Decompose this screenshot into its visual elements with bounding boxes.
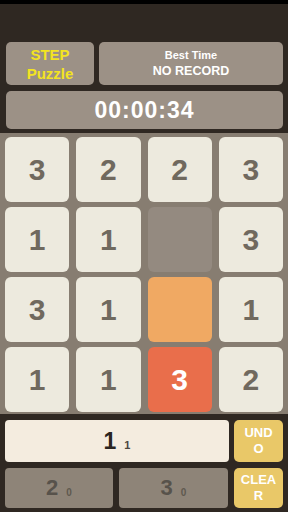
board-cell-r2c4[interactable]: 3 (219, 207, 283, 272)
undo-button-label: UNDO (240, 425, 277, 457)
best-time-panel: Best Time NO RECORD (99, 42, 283, 85)
best-time-label: Best Time (165, 49, 217, 61)
board-cell-r4c4[interactable]: 2 (219, 347, 283, 412)
number-3-button[interactable]: 3 0 (119, 468, 228, 508)
board-cell-r1c1[interactable]: 3 (5, 137, 69, 202)
number-2-label: 2 (46, 475, 58, 501)
clear-button-label: CLEAR (240, 472, 277, 504)
app-title-button[interactable]: STEP Puzzle (6, 42, 94, 85)
number-3-count: 0 (181, 487, 187, 498)
number-1-label: 1 (104, 428, 117, 455)
undo-button[interactable]: UNDO (234, 420, 283, 462)
board-cell-r2c2[interactable]: 1 (76, 207, 140, 272)
number-3-label: 3 (161, 475, 173, 501)
game-board: 32231133111132 (0, 133, 288, 414)
status-bar (0, 0, 288, 4)
timer-display: 00:00:34 (6, 91, 283, 129)
clear-button[interactable]: CLEAR (234, 468, 283, 508)
board-cell-r1c3[interactable]: 2 (148, 137, 212, 202)
board-cell-r3c1[interactable]: 3 (5, 277, 69, 342)
board-cell-r4c2[interactable]: 1 (76, 347, 140, 412)
app-title: STEP Puzzle (19, 45, 81, 83)
best-time-value: NO RECORD (153, 64, 229, 78)
board-cell-r4c1[interactable]: 1 (5, 347, 69, 412)
board-cell-r1c2[interactable]: 2 (76, 137, 140, 202)
board-cell-r3c2[interactable]: 1 (76, 277, 140, 342)
timer-value: 00:00:34 (94, 97, 194, 124)
board-cell-r3c3[interactable] (148, 277, 212, 342)
number-1-count: 1 (124, 439, 130, 451)
board-cell-r1c4[interactable]: 3 (219, 137, 283, 202)
board-cell-r2c3[interactable] (148, 207, 212, 272)
number-1-button[interactable]: 1 1 (5, 420, 229, 462)
board-cell-r2c1[interactable]: 1 (5, 207, 69, 272)
board-cell-r3c4[interactable]: 1 (219, 277, 283, 342)
number-2-count: 0 (66, 487, 72, 498)
number-2-button[interactable]: 2 0 (5, 468, 113, 508)
board-cell-r4c3[interactable]: 3 (148, 347, 212, 412)
